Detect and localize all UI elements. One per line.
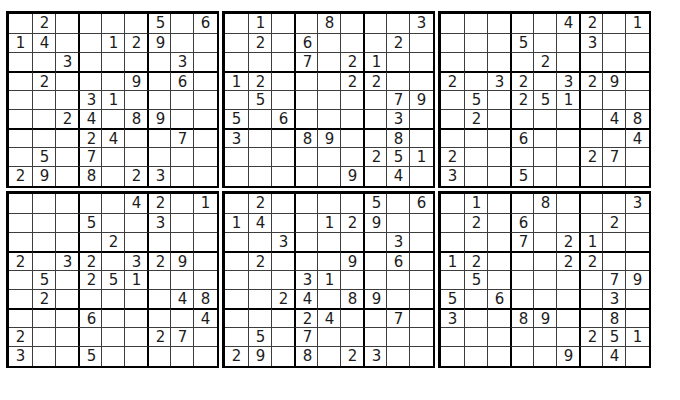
sudoku-cell[interactable]: [579, 346, 604, 366]
sudoku-cell[interactable]: 2: [533, 52, 557, 72]
sudoku-cell[interactable]: [294, 166, 319, 186]
sudoku-cell[interactable]: [340, 270, 364, 290]
sudoku-cell[interactable]: [441, 327, 464, 347]
sudoku-cell[interactable]: [78, 71, 103, 92]
sudoku-cell[interactable]: [9, 109, 32, 129]
sudoku-cell[interactable]: 9: [556, 346, 580, 366]
sudoku-cell[interactable]: [409, 289, 433, 309]
sudoku-cell[interactable]: 4: [386, 166, 410, 186]
sudoku-cell[interactable]: 3: [363, 346, 388, 366]
sudoku-cell[interactable]: [464, 14, 488, 33]
sudoku-cell[interactable]: [271, 346, 295, 366]
sudoku-cell[interactable]: [441, 213, 464, 233]
sudoku-cell[interactable]: [510, 346, 535, 366]
sudoku-cell[interactable]: [579, 109, 604, 129]
sudoku-cell[interactable]: [625, 52, 649, 72]
sudoku-cell[interactable]: [294, 147, 319, 167]
sudoku-cell[interactable]: [556, 52, 580, 72]
sudoku-cell[interactable]: [317, 166, 341, 186]
sudoku-cell[interactable]: [510, 289, 535, 309]
sudoku-cell[interactable]: [271, 213, 295, 233]
sudoku-cell[interactable]: [271, 308, 295, 329]
sudoku-cell[interactable]: 7: [602, 270, 626, 290]
sudoku-cell[interactable]: [556, 147, 580, 167]
sudoku-cell[interactable]: 8: [386, 128, 410, 149]
sudoku-cell[interactable]: [147, 232, 172, 252]
sudoku-cell[interactable]: 9: [32, 166, 56, 186]
sudoku-cell[interactable]: [294, 232, 319, 252]
sudoku-cell[interactable]: 8: [193, 289, 217, 309]
sudoku-cell[interactable]: [55, 194, 79, 213]
sudoku-cell[interactable]: [9, 232, 32, 252]
sudoku-cell[interactable]: 3: [579, 33, 604, 53]
sudoku-cell[interactable]: [124, 213, 148, 233]
sudoku-cell[interactable]: 8: [533, 194, 557, 213]
sudoku-cell[interactable]: 3: [386, 232, 410, 252]
sudoku-cell[interactable]: [55, 71, 79, 92]
sudoku-cell[interactable]: [317, 71, 341, 92]
sudoku-cell[interactable]: [579, 128, 604, 149]
sudoku-cell[interactable]: [464, 232, 488, 252]
sudoku-cell[interactable]: 2: [124, 33, 148, 53]
sudoku-cell[interactable]: [294, 251, 319, 272]
sudoku-cell[interactable]: [510, 270, 535, 290]
sudoku-cell[interactable]: 2: [248, 194, 272, 213]
sudoku-cell[interactable]: [602, 52, 626, 72]
sudoku-cell[interactable]: [556, 270, 580, 290]
sudoku-cell[interactable]: [32, 327, 56, 347]
sudoku-cell[interactable]: 6: [386, 251, 410, 272]
sudoku-cell[interactable]: [363, 90, 388, 110]
sudoku-cell[interactable]: [386, 346, 410, 366]
sudoku-cell[interactable]: [317, 232, 341, 252]
sudoku-cell[interactable]: [271, 33, 295, 53]
sudoku-cell[interactable]: [533, 33, 557, 53]
sudoku-cell[interactable]: [9, 270, 32, 290]
sudoku-cell[interactable]: 7: [602, 147, 626, 167]
sudoku-cell[interactable]: [533, 166, 557, 186]
sudoku-cell[interactable]: [193, 109, 217, 129]
sudoku-cell[interactable]: [464, 308, 488, 329]
sudoku-cell[interactable]: 2: [363, 147, 388, 167]
sudoku-cell[interactable]: [533, 109, 557, 129]
sudoku-cell[interactable]: 5: [78, 213, 103, 233]
sudoku-cell[interactable]: [78, 327, 103, 347]
sudoku-cell[interactable]: [271, 52, 295, 72]
sudoku-cell[interactable]: 2: [294, 308, 319, 329]
sudoku-cell[interactable]: 1: [409, 147, 433, 167]
sudoku-cell[interactable]: 5: [464, 90, 488, 110]
sudoku-cell[interactable]: 1: [101, 90, 125, 110]
sudoku-cell[interactable]: [225, 251, 248, 272]
sudoku-cell[interactable]: 2: [340, 71, 364, 92]
sudoku-cell[interactable]: [271, 327, 295, 347]
sudoku-cell[interactable]: [625, 90, 649, 110]
sudoku-cell[interactable]: [625, 33, 649, 53]
sudoku-cell[interactable]: [487, 147, 511, 167]
sudoku-cell[interactable]: [464, 166, 488, 186]
sudoku-cell[interactable]: [533, 346, 557, 366]
sudoku-cell[interactable]: [464, 346, 488, 366]
sudoku-cell[interactable]: [386, 270, 410, 290]
sudoku-cell[interactable]: [124, 327, 148, 347]
sudoku-cell[interactable]: [55, 213, 79, 233]
sudoku-cell[interactable]: 3: [386, 109, 410, 129]
sudoku-cell[interactable]: [409, 251, 433, 272]
sudoku-cell[interactable]: [579, 90, 604, 110]
sudoku-cell[interactable]: [363, 327, 388, 347]
sudoku-cell[interactable]: [487, 251, 511, 272]
sudoku-cell[interactable]: [363, 232, 388, 252]
sudoku-cell[interactable]: [294, 90, 319, 110]
sudoku-cell[interactable]: [533, 14, 557, 33]
sudoku-cell[interactable]: 2: [78, 128, 103, 149]
sudoku-cell[interactable]: [487, 14, 511, 33]
sudoku-cell[interactable]: [170, 109, 194, 129]
sudoku-cell[interactable]: [409, 166, 433, 186]
sudoku-cell[interactable]: 5: [101, 270, 125, 290]
sudoku-cell[interactable]: [386, 52, 410, 72]
sudoku-cell[interactable]: 4: [101, 128, 125, 149]
sudoku-cell[interactable]: 8: [124, 109, 148, 129]
sudoku-cell[interactable]: [533, 71, 557, 92]
sudoku-cell[interactable]: [487, 270, 511, 290]
sudoku-cell[interactable]: 8: [340, 289, 364, 309]
sudoku-cell[interactable]: [124, 52, 148, 72]
sudoku-cell[interactable]: 1: [317, 213, 341, 233]
sudoku-cell[interactable]: [32, 109, 56, 129]
sudoku-cell[interactable]: [147, 270, 172, 290]
sudoku-cell[interactable]: [317, 194, 341, 213]
sudoku-cell[interactable]: 5: [248, 90, 272, 110]
sudoku-cell[interactable]: [464, 71, 488, 92]
sudoku-cell[interactable]: [294, 14, 319, 33]
sudoku-cell[interactable]: [579, 166, 604, 186]
sudoku-cell[interactable]: 3: [9, 346, 32, 366]
sudoku-cell[interactable]: 8: [510, 308, 535, 329]
sudoku-cell[interactable]: [317, 90, 341, 110]
sudoku-cell[interactable]: [487, 33, 511, 53]
sudoku-cell[interactable]: [464, 327, 488, 347]
sudoku-cell[interactable]: [9, 213, 32, 233]
sudoku-cell[interactable]: 6: [409, 194, 433, 213]
sudoku-cell[interactable]: [487, 308, 511, 329]
sudoku-cell[interactable]: [271, 14, 295, 33]
sudoku-cell[interactable]: [55, 232, 79, 252]
sudoku-cell[interactable]: [9, 90, 32, 110]
sudoku-cell[interactable]: 2: [602, 213, 626, 233]
sudoku-cell[interactable]: [101, 52, 125, 72]
sudoku-cell[interactable]: 3: [409, 14, 433, 33]
sudoku-cell[interactable]: 5: [464, 270, 488, 290]
sudoku-cell[interactable]: 9: [317, 128, 341, 149]
sudoku-cell[interactable]: 3: [124, 251, 148, 272]
sudoku-cell[interactable]: [487, 109, 511, 129]
sudoku-cell[interactable]: [625, 71, 649, 92]
sudoku-cell[interactable]: [9, 14, 32, 33]
sudoku-cell[interactable]: [317, 33, 341, 53]
sudoku-cell[interactable]: [225, 166, 248, 186]
sudoku-cell[interactable]: [248, 128, 272, 149]
sudoku-cell[interactable]: [248, 147, 272, 167]
sudoku-cell[interactable]: 9: [340, 166, 364, 186]
sudoku-cell[interactable]: [602, 166, 626, 186]
sudoku-cell[interactable]: 8: [602, 308, 626, 329]
sudoku-cell[interactable]: 1: [579, 232, 604, 252]
sudoku-cell[interactable]: 6: [170, 71, 194, 92]
sudoku-cell[interactable]: 2: [32, 289, 56, 309]
sudoku-cell[interactable]: 3: [147, 166, 172, 186]
sudoku-cell[interactable]: [147, 289, 172, 309]
sudoku-cell[interactable]: [510, 14, 535, 33]
sudoku-cell[interactable]: [340, 147, 364, 167]
sudoku-cell[interactable]: [193, 270, 217, 290]
sudoku-cell[interactable]: [101, 251, 125, 272]
sudoku-cell[interactable]: 1: [625, 327, 649, 347]
sudoku-cell[interactable]: 1: [225, 213, 248, 233]
sudoku-cell[interactable]: [193, 232, 217, 252]
sudoku-cell[interactable]: [340, 90, 364, 110]
sudoku-cell[interactable]: [271, 166, 295, 186]
sudoku-cell[interactable]: 3: [225, 128, 248, 149]
sudoku-cell[interactable]: 2: [225, 346, 248, 366]
sudoku-cell[interactable]: 5: [248, 327, 272, 347]
sudoku-cell[interactable]: 2: [464, 251, 488, 272]
sudoku-cell[interactable]: [294, 109, 319, 129]
sudoku-cell[interactable]: [9, 71, 32, 92]
sudoku-cell[interactable]: [556, 109, 580, 129]
sudoku-cell[interactable]: [170, 308, 194, 329]
sudoku-cell[interactable]: 2: [464, 109, 488, 129]
sudoku-cell[interactable]: 9: [124, 71, 148, 92]
sudoku-cell[interactable]: 1: [317, 270, 341, 290]
sudoku-cell[interactable]: [409, 308, 433, 329]
sudoku-cell[interactable]: [579, 194, 604, 213]
sudoku-cell[interactable]: 2: [9, 251, 32, 272]
sudoku-cell[interactable]: 5: [32, 147, 56, 167]
sudoku-cell[interactable]: [556, 194, 580, 213]
sudoku-cell[interactable]: [409, 52, 433, 72]
sudoku-cell[interactable]: [533, 128, 557, 149]
sudoku-cell[interactable]: [55, 147, 79, 167]
sudoku-cell[interactable]: [271, 251, 295, 272]
sudoku-cell[interactable]: [487, 346, 511, 366]
sudoku-cell[interactable]: [225, 327, 248, 347]
sudoku-cell[interactable]: [409, 270, 433, 290]
sudoku-cell[interactable]: [556, 166, 580, 186]
sudoku-cell[interactable]: 6: [510, 213, 535, 233]
sudoku-cell[interactable]: [55, 90, 79, 110]
sudoku-cell[interactable]: 5: [32, 270, 56, 290]
sudoku-cell[interactable]: [248, 289, 272, 309]
sudoku-cell[interactable]: [147, 71, 172, 92]
sudoku-cell[interactable]: [170, 90, 194, 110]
sudoku-cell[interactable]: 2: [124, 166, 148, 186]
sudoku-cell[interactable]: [579, 270, 604, 290]
sudoku-cell[interactable]: [32, 346, 56, 366]
sudoku-cell[interactable]: [625, 251, 649, 272]
sudoku-cell[interactable]: 3: [170, 52, 194, 72]
sudoku-cell[interactable]: 1: [124, 270, 148, 290]
sudoku-cell[interactable]: [294, 213, 319, 233]
sudoku-cell[interactable]: 2: [248, 251, 272, 272]
sudoku-cell[interactable]: 5: [225, 109, 248, 129]
sudoku-cell[interactable]: [487, 194, 511, 213]
sudoku-cell[interactable]: 7: [294, 327, 319, 347]
sudoku-cell[interactable]: 7: [170, 327, 194, 347]
sudoku-cell[interactable]: 9: [409, 90, 433, 110]
sudoku-cell[interactable]: [487, 90, 511, 110]
sudoku-cell[interactable]: [386, 194, 410, 213]
sudoku-cell[interactable]: [340, 109, 364, 129]
sudoku-cell[interactable]: 1: [225, 71, 248, 92]
sudoku-cell[interactable]: 8: [294, 346, 319, 366]
sudoku-cell[interactable]: [441, 346, 464, 366]
sudoku-cell[interactable]: [409, 232, 433, 252]
sudoku-cell[interactable]: [625, 289, 649, 309]
sudoku-cell[interactable]: [55, 128, 79, 149]
sudoku-cell[interactable]: [363, 14, 388, 33]
sudoku-cell[interactable]: [170, 232, 194, 252]
sudoku-cell[interactable]: [271, 194, 295, 213]
sudoku-cell[interactable]: [9, 128, 32, 149]
sudoku-cell[interactable]: [409, 346, 433, 366]
sudoku-cell[interactable]: [340, 194, 364, 213]
sudoku-cell[interactable]: [147, 346, 172, 366]
sudoku-cell[interactable]: 5: [441, 289, 464, 309]
sudoku-cell[interactable]: [464, 128, 488, 149]
sudoku-cell[interactable]: [225, 270, 248, 290]
sudoku-cell[interactable]: 9: [363, 289, 388, 309]
sudoku-cell[interactable]: [317, 251, 341, 272]
sudoku-cell[interactable]: [101, 194, 125, 213]
sudoku-cell[interactable]: 8: [625, 109, 649, 129]
sudoku-cell[interactable]: [193, 33, 217, 53]
sudoku-cell[interactable]: [363, 109, 388, 129]
sudoku-cell[interactable]: [124, 14, 148, 33]
sudoku-cell[interactable]: [441, 109, 464, 129]
sudoku-cell[interactable]: [193, 52, 217, 72]
sudoku-cell[interactable]: 2: [340, 52, 364, 72]
sudoku-cell[interactable]: 4: [78, 109, 103, 129]
sudoku-cell[interactable]: [147, 147, 172, 167]
sudoku-cell[interactable]: 2: [386, 33, 410, 53]
sudoku-cell[interactable]: 3: [55, 251, 79, 272]
sudoku-cell[interactable]: 9: [147, 109, 172, 129]
sudoku-cell[interactable]: 3: [55, 52, 79, 72]
sudoku-cell[interactable]: 2: [32, 14, 56, 33]
sudoku-cell[interactable]: [271, 90, 295, 110]
sudoku-cell[interactable]: [487, 327, 511, 347]
sudoku-cell[interactable]: [193, 147, 217, 167]
sudoku-cell[interactable]: [9, 289, 32, 309]
sudoku-cell[interactable]: 2: [464, 213, 488, 233]
sudoku-cell[interactable]: [124, 128, 148, 149]
sudoku-cell[interactable]: [32, 128, 56, 149]
sudoku-cell[interactable]: 6: [78, 308, 103, 329]
sudoku-cell[interactable]: 3: [147, 213, 172, 233]
sudoku-cell[interactable]: 6: [487, 289, 511, 309]
sudoku-cell[interactable]: 9: [147, 33, 172, 53]
sudoku-cell[interactable]: [78, 194, 103, 213]
sudoku-cell[interactable]: [363, 270, 388, 290]
sudoku-cell[interactable]: 1: [464, 194, 488, 213]
sudoku-cell[interactable]: [294, 194, 319, 213]
sudoku-cell[interactable]: [556, 308, 580, 329]
sudoku-cell[interactable]: [124, 147, 148, 167]
sudoku-cell[interactable]: [487, 213, 511, 233]
sudoku-cell[interactable]: [55, 308, 79, 329]
sudoku-cell[interactable]: 2: [441, 71, 464, 92]
sudoku-cell[interactable]: [441, 52, 464, 72]
sudoku-cell[interactable]: [556, 128, 580, 149]
sudoku-cell[interactable]: 5: [602, 327, 626, 347]
sudoku-cell[interactable]: [248, 232, 272, 252]
sudoku-cell[interactable]: 1: [248, 14, 272, 33]
sudoku-cell[interactable]: [32, 251, 56, 272]
sudoku-cell[interactable]: 1: [556, 90, 580, 110]
sudoku-cell[interactable]: [487, 232, 511, 252]
sudoku-cell[interactable]: 5: [386, 147, 410, 167]
sudoku-cell[interactable]: 4: [294, 289, 319, 309]
sudoku-cell[interactable]: [441, 128, 464, 149]
sudoku-cell[interactable]: [170, 33, 194, 53]
sudoku-cell[interactable]: [225, 308, 248, 329]
sudoku-cell[interactable]: [625, 147, 649, 167]
sudoku-cell[interactable]: [441, 90, 464, 110]
sudoku-cell[interactable]: [579, 213, 604, 233]
sudoku-cell[interactable]: 8: [317, 14, 341, 33]
sudoku-cell[interactable]: 7: [510, 232, 535, 252]
sudoku-cell[interactable]: [225, 52, 248, 72]
sudoku-cell[interactable]: 2: [579, 251, 604, 272]
sudoku-cell[interactable]: [9, 308, 32, 329]
sudoku-cell[interactable]: [193, 213, 217, 233]
sudoku-cell[interactable]: [9, 147, 32, 167]
sudoku-cell[interactable]: [340, 14, 364, 33]
sudoku-cell[interactable]: 1: [193, 194, 217, 213]
sudoku-cell[interactable]: [487, 128, 511, 149]
sudoku-cell[interactable]: [510, 147, 535, 167]
sudoku-cell[interactable]: [271, 71, 295, 92]
sudoku-cell[interactable]: [9, 52, 32, 72]
sudoku-cell[interactable]: 6: [271, 109, 295, 129]
sudoku-cell[interactable]: 2: [248, 33, 272, 53]
sudoku-cell[interactable]: 2: [510, 71, 535, 92]
sudoku-cell[interactable]: [510, 52, 535, 72]
sudoku-cell[interactable]: 5: [510, 33, 535, 53]
sudoku-cell[interactable]: 2: [271, 289, 295, 309]
sudoku-cell[interactable]: [441, 194, 464, 213]
sudoku-cell[interactable]: [409, 128, 433, 149]
sudoku-cell[interactable]: 2: [147, 251, 172, 272]
sudoku-cell[interactable]: [124, 289, 148, 309]
sudoku-cell[interactable]: [147, 128, 172, 149]
sudoku-cell[interactable]: 4: [317, 308, 341, 329]
sudoku-cell[interactable]: [625, 232, 649, 252]
sudoku-cell[interactable]: [386, 213, 410, 233]
sudoku-cell[interactable]: [55, 327, 79, 347]
sudoku-cell[interactable]: 2: [363, 71, 388, 92]
sudoku-cell[interactable]: 7: [170, 128, 194, 149]
sudoku-cell[interactable]: [193, 166, 217, 186]
sudoku-cell[interactable]: 9: [625, 270, 649, 290]
sudoku-cell[interactable]: [340, 128, 364, 149]
sudoku-cell[interactable]: 2: [579, 14, 604, 33]
sudoku-cell[interactable]: [602, 232, 626, 252]
sudoku-cell[interactable]: [170, 147, 194, 167]
sudoku-cell[interactable]: [363, 166, 388, 186]
